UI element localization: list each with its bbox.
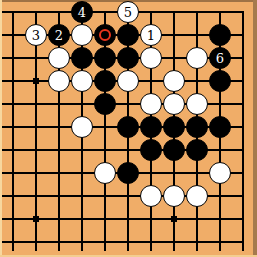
board-frame-right: [253, 0, 257, 257]
stone-white[interactable]: 5: [117, 1, 139, 23]
stone-black[interactable]: [71, 47, 93, 69]
stone-black[interactable]: [117, 116, 139, 138]
stone-black[interactable]: [209, 24, 231, 46]
stone-white[interactable]: [186, 185, 208, 207]
grid-line-vertical: [35, 11, 37, 251]
stone-white[interactable]: [163, 93, 185, 115]
stone-white[interactable]: 1: [140, 24, 162, 46]
stone-white[interactable]: [48, 70, 70, 92]
red-circle-marker: [99, 29, 111, 41]
move-number-label: 3: [32, 29, 40, 42]
stone-black[interactable]: 6: [209, 47, 231, 69]
stone-black[interactable]: [163, 139, 185, 161]
stone-white[interactable]: [48, 47, 70, 69]
stone-white[interactable]: [71, 70, 93, 92]
move-number-label: 6: [216, 52, 224, 65]
stone-black-marked[interactable]: [94, 24, 116, 46]
stone-black[interactable]: [140, 116, 162, 138]
stone-black[interactable]: 4: [71, 1, 93, 23]
stone-white[interactable]: [186, 47, 208, 69]
stone-black[interactable]: [117, 162, 139, 184]
grid-line-vertical: [12, 11, 14, 251]
stone-black[interactable]: 2: [48, 24, 70, 46]
stone-black[interactable]: [163, 116, 185, 138]
go-board[interactable]: 453216: [0, 0, 257, 257]
stone-black[interactable]: [186, 116, 208, 138]
move-number-label: 2: [55, 29, 63, 42]
stone-white[interactable]: [163, 185, 185, 207]
stone-white[interactable]: [163, 70, 185, 92]
grid-line-vertical: [242, 11, 244, 251]
grid-line-horizontal: [2, 241, 244, 243]
stone-white[interactable]: 3: [25, 24, 47, 46]
stone-black[interactable]: [117, 47, 139, 69]
stone-black[interactable]: [209, 70, 231, 92]
stone-white[interactable]: [140, 93, 162, 115]
stone-black[interactable]: [186, 139, 208, 161]
stone-white[interactable]: [186, 93, 208, 115]
stone-white[interactable]: [117, 70, 139, 92]
stone-black[interactable]: [117, 24, 139, 46]
stone-white[interactable]: [71, 116, 93, 138]
stone-white[interactable]: [209, 162, 231, 184]
move-number-label: 1: [147, 29, 155, 42]
stone-white[interactable]: [140, 47, 162, 69]
stone-white[interactable]: [71, 24, 93, 46]
stone-black[interactable]: [140, 139, 162, 161]
move-number-label: 5: [124, 6, 132, 19]
stone-black[interactable]: [94, 93, 116, 115]
stone-black[interactable]: [94, 70, 116, 92]
star-point: [33, 78, 39, 84]
star-point: [33, 216, 39, 222]
stone-black[interactable]: [94, 47, 116, 69]
stone-white[interactable]: [94, 162, 116, 184]
stone-black[interactable]: [209, 116, 231, 138]
move-number-label: 4: [78, 6, 86, 19]
stone-white[interactable]: [140, 185, 162, 207]
star-point: [171, 216, 177, 222]
